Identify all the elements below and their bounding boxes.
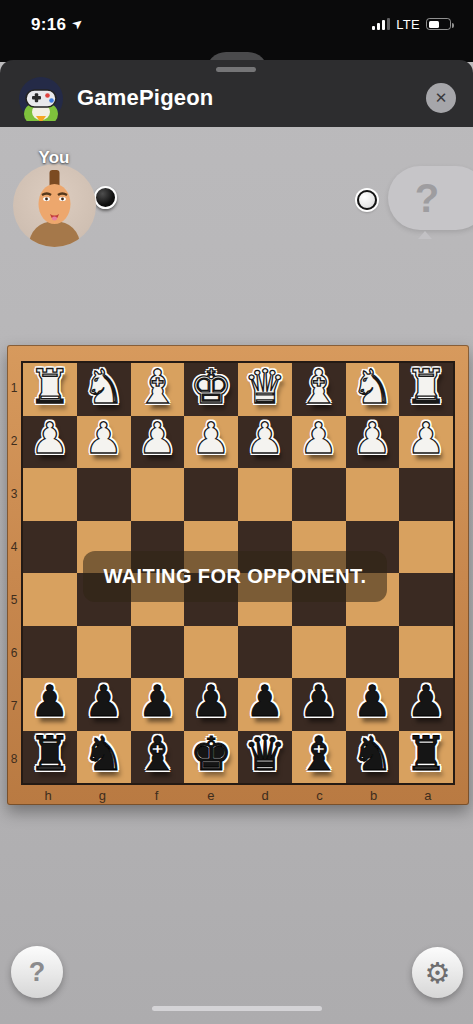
battery-icon [426,18,451,30]
square-g8[interactable]: ♞ [77,731,131,784]
piece-white-rook[interactable]: ♜ [405,363,447,410]
piece-black-pawn[interactable]: ♟ [192,680,231,723]
file-label-c: c [292,785,346,805]
square-d8[interactable]: ♛ [238,731,292,784]
square-d3[interactable] [238,468,292,521]
square-g1[interactable]: ♞ [77,363,131,416]
file-label-b: b [347,785,401,805]
player-avatar[interactable] [13,164,96,247]
piece-white-pawn[interactable]: ♟ [246,417,285,460]
square-a7[interactable]: ♟ [399,678,453,731]
piece-black-pawn[interactable]: ♟ [31,680,70,723]
help-button[interactable]: ? [11,946,63,998]
piece-white-pawn[interactable]: ♟ [138,417,177,460]
piece-white-pawn[interactable]: ♟ [192,417,231,460]
square-a4[interactable] [399,521,453,574]
square-h8[interactable]: ♜ [23,731,77,784]
rank-label-3: 3 [7,467,21,520]
location-arrow-icon: ➤ [68,14,86,33]
square-b3[interactable] [346,468,400,521]
square-a1[interactable]: ♜ [399,363,453,416]
square-h5[interactable] [23,573,77,626]
piece-black-pawn[interactable]: ♟ [353,680,392,723]
square-c7[interactable]: ♟ [292,678,346,731]
square-e7[interactable]: ♟ [184,678,238,731]
piece-white-bishop[interactable]: ♝ [298,363,340,410]
square-e6[interactable] [184,626,238,679]
opponent-placeholder[interactable]: ? [388,166,473,230]
piece-black-rook[interactable]: ♜ [29,730,71,777]
home-indicator[interactable] [152,1006,322,1011]
square-g3[interactable] [77,468,131,521]
rank-label-6: 6 [7,626,21,679]
piece-white-pawn[interactable]: ♟ [299,417,338,460]
square-d6[interactable] [238,626,292,679]
opponent-question-mark: ? [415,176,439,221]
status-icons: LTE [372,14,451,34]
piece-black-pawn[interactable]: ♟ [299,680,338,723]
square-c8[interactable]: ♝ [292,731,346,784]
clock: 9:16 [31,15,66,35]
close-icon: ✕ [435,89,448,107]
square-h4[interactable] [23,521,77,574]
square-a3[interactable] [399,468,453,521]
file-label-d: d [238,785,292,805]
gamepigeon-chess-screen: 9:16 ➤ LTE GamePigeon ✕ You [0,0,473,1024]
square-a6[interactable] [399,626,453,679]
piece-white-knight[interactable]: ♞ [83,363,125,410]
square-h2[interactable]: ♟ [23,416,77,469]
square-f6[interactable] [131,626,185,679]
piece-black-pawn[interactable]: ♟ [84,680,123,723]
close-button[interactable]: ✕ [426,83,456,113]
square-a5[interactable] [399,573,453,626]
rank-label-5: 5 [7,573,21,626]
square-f7[interactable]: ♟ [131,678,185,731]
piece-white-rook[interactable]: ♜ [29,363,71,410]
square-e1[interactable]: ♚ [184,363,238,416]
square-b8[interactable]: ♞ [346,731,400,784]
piece-black-queen[interactable]: ♛ [244,730,286,777]
file-labels: hgfedcba [21,785,455,805]
black-stone-indicator [94,186,117,209]
piece-black-bishop[interactable]: ♝ [136,730,178,777]
square-g2[interactable]: ♟ [77,416,131,469]
square-g7[interactable]: ♟ [77,678,131,731]
piece-white-bishop[interactable]: ♝ [136,363,178,410]
square-b6[interactable] [346,626,400,679]
piece-white-queen[interactable]: ♛ [244,363,286,410]
gear-icon: ⚙ [425,956,451,990]
square-b7[interactable]: ♟ [346,678,400,731]
square-h1[interactable]: ♜ [23,363,77,416]
square-d1[interactable]: ♛ [238,363,292,416]
opponent-caret-icon [418,231,432,239]
square-d7[interactable]: ♟ [238,678,292,731]
file-label-h: h [21,785,75,805]
piece-white-knight[interactable]: ♞ [351,363,393,410]
square-c3[interactable] [292,468,346,521]
piece-black-pawn[interactable]: ♟ [407,680,446,723]
piece-white-pawn[interactable]: ♟ [353,417,392,460]
rank-label-1: 1 [7,361,21,414]
square-f3[interactable] [131,468,185,521]
square-e3[interactable] [184,468,238,521]
app-header: GamePigeon ✕ [0,60,473,127]
square-c6[interactable] [292,626,346,679]
piece-white-pawn[interactable]: ♟ [407,417,446,460]
square-b1[interactable]: ♞ [346,363,400,416]
square-b2[interactable]: ♟ [346,416,400,469]
white-stone-indicator [357,190,377,210]
square-a2[interactable]: ♟ [399,416,453,469]
square-c1[interactable]: ♝ [292,363,346,416]
memoji-avatar-image [13,164,96,247]
square-f2[interactable]: ♟ [131,416,185,469]
help-icon: ? [29,957,46,988]
piece-black-king[interactable]: ♚ [190,730,232,777]
square-h3[interactable] [23,468,77,521]
square-e2[interactable]: ♟ [184,416,238,469]
square-h6[interactable] [23,626,77,679]
square-g6[interactable] [77,626,131,679]
square-h7[interactable]: ♟ [23,678,77,731]
rank-label-8: 8 [7,732,21,785]
you-label: You [24,148,84,168]
piece-white-pawn[interactable]: ♟ [84,417,123,460]
square-e8[interactable]: ♚ [184,731,238,784]
settings-button[interactable]: ⚙ [412,947,463,998]
piece-white-pawn[interactable]: ♟ [31,417,70,460]
square-c2[interactable]: ♟ [292,416,346,469]
piece-black-pawn[interactable]: ♟ [246,680,285,723]
waiting-banner: WAITING FOR OPPONENT. [83,551,387,602]
network-label: LTE [396,17,420,32]
square-a8[interactable]: ♜ [399,731,453,784]
app-title: GamePigeon [77,85,213,111]
piece-black-bishop[interactable]: ♝ [298,730,340,777]
square-f8[interactable]: ♝ [131,731,185,784]
piece-black-knight[interactable]: ♞ [351,730,393,777]
square-f1[interactable]: ♝ [131,363,185,416]
file-label-g: g [75,785,129,805]
gamepigeon-logo-icon [19,77,63,121]
cellular-signal-icon [372,18,390,30]
piece-white-king[interactable]: ♚ [190,363,232,410]
file-label-a: a [401,785,455,805]
file-label-e: e [184,785,238,805]
rank-label-7: 7 [7,679,21,732]
piece-black-knight[interactable]: ♞ [83,730,125,777]
piece-black-rook[interactable]: ♜ [405,730,447,777]
waiting-text: WAITING FOR OPPONENT. [104,565,367,588]
rank-label-2: 2 [7,414,21,467]
square-d2[interactable]: ♟ [238,416,292,469]
drag-handle[interactable] [216,67,256,72]
piece-black-pawn[interactable]: ♟ [138,680,177,723]
rank-labels: 12345678 [7,361,21,785]
rank-label-4: 4 [7,520,21,573]
file-label-f: f [130,785,184,805]
